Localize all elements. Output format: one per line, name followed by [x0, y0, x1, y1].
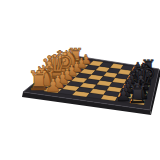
piece-white-pawn: ♟ — [45, 75, 62, 96]
chess-board-photo: ♜♟♞♟♝♟♟♜♚♟♟♞♛♟♟♝♝♟♟♚♞♟♟♜♛♟♟♝♟♞♟♜ — [0, 0, 160, 160]
piece-black-rook: ♜ — [127, 81, 149, 109]
product-photo: ♜♟♞♟♝♟♟♜♚♟♟♞♛♟♟♝♝♟♟♚♞♟♟♜♛♟♟♝♟♞♟♜ — [0, 0, 160, 160]
